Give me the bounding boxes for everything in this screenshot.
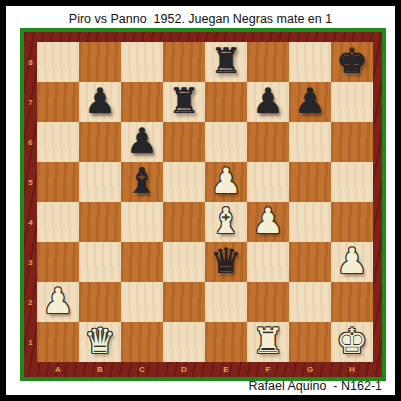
black-rook[interactable]: ♜ bbox=[210, 44, 241, 79]
square-b5[interactable] bbox=[79, 162, 121, 202]
file-label-f: F bbox=[247, 362, 289, 377]
square-a6[interactable] bbox=[37, 122, 79, 162]
square-b8[interactable] bbox=[79, 42, 121, 82]
file-label-b: B bbox=[79, 362, 121, 377]
white-pawn[interactable]: ♟ bbox=[252, 204, 283, 239]
square-e7[interactable] bbox=[205, 82, 247, 122]
square-h6[interactable] bbox=[331, 122, 373, 162]
square-f4[interactable]: ♟ bbox=[247, 202, 289, 242]
square-d7[interactable]: ♜ bbox=[163, 82, 205, 122]
white-bishop[interactable]: ♝ bbox=[210, 204, 241, 239]
rank-label-8: 8 bbox=[24, 42, 37, 82]
square-c4[interactable] bbox=[121, 202, 163, 242]
square-h4[interactable] bbox=[331, 202, 373, 242]
file-label-a: A bbox=[37, 362, 79, 377]
file-label-c: C bbox=[121, 362, 163, 377]
square-e6[interactable] bbox=[205, 122, 247, 162]
black-rook[interactable]: ♜ bbox=[168, 84, 199, 119]
square-b1[interactable]: ♛ bbox=[79, 322, 121, 362]
square-c7[interactable] bbox=[121, 82, 163, 122]
square-f8[interactable] bbox=[247, 42, 289, 82]
file-label-d: D bbox=[163, 362, 205, 377]
square-d4[interactable] bbox=[163, 202, 205, 242]
square-b2[interactable] bbox=[79, 282, 121, 322]
rank-label-4: 4 bbox=[24, 202, 37, 242]
square-h5[interactable] bbox=[331, 162, 373, 202]
square-d8[interactable] bbox=[163, 42, 205, 82]
square-e2[interactable] bbox=[205, 282, 247, 322]
square-g3[interactable] bbox=[289, 242, 331, 282]
rank-label-7: 7 bbox=[24, 82, 37, 122]
square-g6[interactable] bbox=[289, 122, 331, 162]
white-rook[interactable]: ♜ bbox=[252, 324, 283, 359]
square-c1[interactable] bbox=[121, 322, 163, 362]
square-b6[interactable] bbox=[79, 122, 121, 162]
black-pawn[interactable]: ♟ bbox=[294, 84, 325, 119]
puzzle-title: Piro vs Panno 1952. Juegan Negras mate e… bbox=[6, 12, 395, 26]
square-c6[interactable]: ♟ bbox=[121, 122, 163, 162]
square-e3[interactable]: ♛ bbox=[205, 242, 247, 282]
square-e8[interactable]: ♜ bbox=[205, 42, 247, 82]
square-g4[interactable] bbox=[289, 202, 331, 242]
square-h7[interactable] bbox=[331, 82, 373, 122]
square-c2[interactable] bbox=[121, 282, 163, 322]
white-pawn[interactable]: ♟ bbox=[336, 244, 367, 279]
square-a4[interactable] bbox=[37, 202, 79, 242]
file-label-h: H bbox=[331, 362, 373, 377]
square-f6[interactable] bbox=[247, 122, 289, 162]
square-b7[interactable]: ♟ bbox=[79, 82, 121, 122]
square-c3[interactable] bbox=[121, 242, 163, 282]
black-pawn[interactable]: ♟ bbox=[84, 84, 115, 119]
file-label-g: G bbox=[289, 362, 331, 377]
square-a3[interactable] bbox=[37, 242, 79, 282]
rank-label-2: 2 bbox=[24, 282, 37, 322]
white-queen[interactable]: ♛ bbox=[84, 324, 115, 359]
black-king[interactable]: ♚ bbox=[336, 44, 367, 79]
file-label-e: E bbox=[205, 362, 247, 377]
square-d1[interactable] bbox=[163, 322, 205, 362]
board-frame: 8♜♚7♟♜♟♟6♟5♝♟4♝♟3♛♟2♟1♛♜♚ABCDEFGH bbox=[24, 32, 382, 377]
square-h2[interactable] bbox=[331, 282, 373, 322]
rank-label-5: 5 bbox=[24, 162, 37, 202]
square-g5[interactable] bbox=[289, 162, 331, 202]
square-f2[interactable] bbox=[247, 282, 289, 322]
square-f3[interactable] bbox=[247, 242, 289, 282]
black-bishop[interactable]: ♝ bbox=[126, 164, 157, 199]
white-pawn[interactable]: ♟ bbox=[210, 164, 241, 199]
square-h3[interactable]: ♟ bbox=[331, 242, 373, 282]
square-d2[interactable] bbox=[163, 282, 205, 322]
square-d3[interactable] bbox=[163, 242, 205, 282]
square-e5[interactable]: ♟ bbox=[205, 162, 247, 202]
square-h8[interactable]: ♚ bbox=[331, 42, 373, 82]
rank-label-6: 6 bbox=[24, 122, 37, 162]
black-pawn[interactable]: ♟ bbox=[126, 124, 157, 159]
square-g7[interactable]: ♟ bbox=[289, 82, 331, 122]
square-a1[interactable] bbox=[37, 322, 79, 362]
square-c8[interactable] bbox=[121, 42, 163, 82]
square-c5[interactable]: ♝ bbox=[121, 162, 163, 202]
square-d5[interactable] bbox=[163, 162, 205, 202]
square-a2[interactable]: ♟ bbox=[37, 282, 79, 322]
chess-board: 8♜♚7♟♜♟♟6♟5♝♟4♝♟3♛♟2♟1♛♜♚ABCDEFGH bbox=[20, 28, 386, 381]
square-g8[interactable] bbox=[289, 42, 331, 82]
rank-label-3: 3 bbox=[24, 242, 37, 282]
square-f1[interactable]: ♜ bbox=[247, 322, 289, 362]
square-d6[interactable] bbox=[163, 122, 205, 162]
square-e4[interactable]: ♝ bbox=[205, 202, 247, 242]
square-h1[interactable]: ♚ bbox=[331, 322, 373, 362]
square-a8[interactable] bbox=[37, 42, 79, 82]
square-f7[interactable]: ♟ bbox=[247, 82, 289, 122]
square-b3[interactable] bbox=[79, 242, 121, 282]
white-king[interactable]: ♚ bbox=[336, 324, 367, 359]
square-a7[interactable] bbox=[37, 82, 79, 122]
square-g2[interactable] bbox=[289, 282, 331, 322]
square-e1[interactable] bbox=[205, 322, 247, 362]
author-credit: Rafael Aquino - N162-1 bbox=[249, 379, 382, 393]
page: Piro vs Panno 1952. Juegan Negras mate e… bbox=[0, 0, 401, 401]
square-a5[interactable] bbox=[37, 162, 79, 202]
rank-label-1: 1 bbox=[24, 322, 37, 362]
square-f5[interactable] bbox=[247, 162, 289, 202]
black-pawn[interactable]: ♟ bbox=[252, 84, 283, 119]
square-g1[interactable] bbox=[289, 322, 331, 362]
white-pawn[interactable]: ♟ bbox=[42, 284, 73, 319]
square-b4[interactable] bbox=[79, 202, 121, 242]
black-queen[interactable]: ♛ bbox=[210, 244, 241, 279]
